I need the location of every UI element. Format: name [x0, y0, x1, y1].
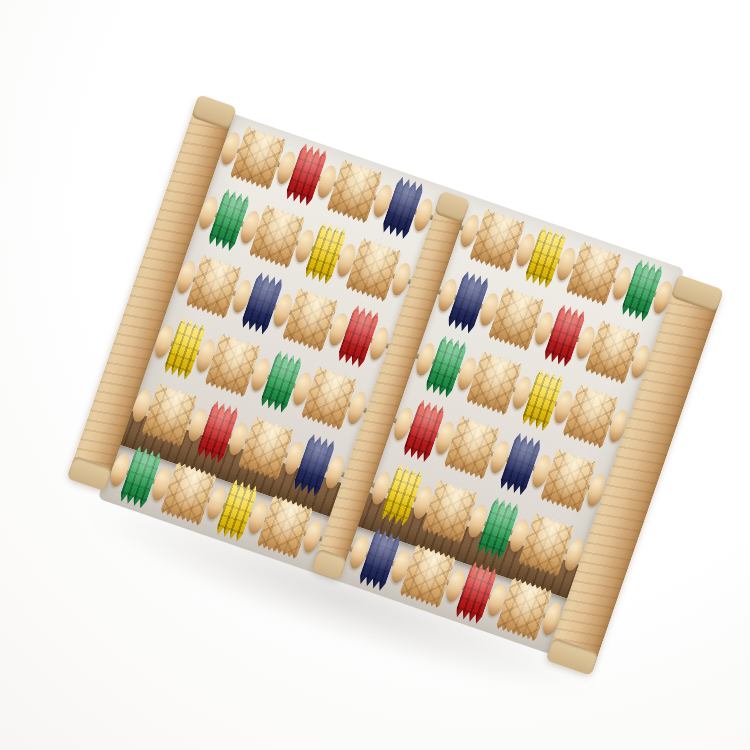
foot-massage-roller: [62, 95, 728, 674]
product-photo-stage: [0, 0, 750, 750]
